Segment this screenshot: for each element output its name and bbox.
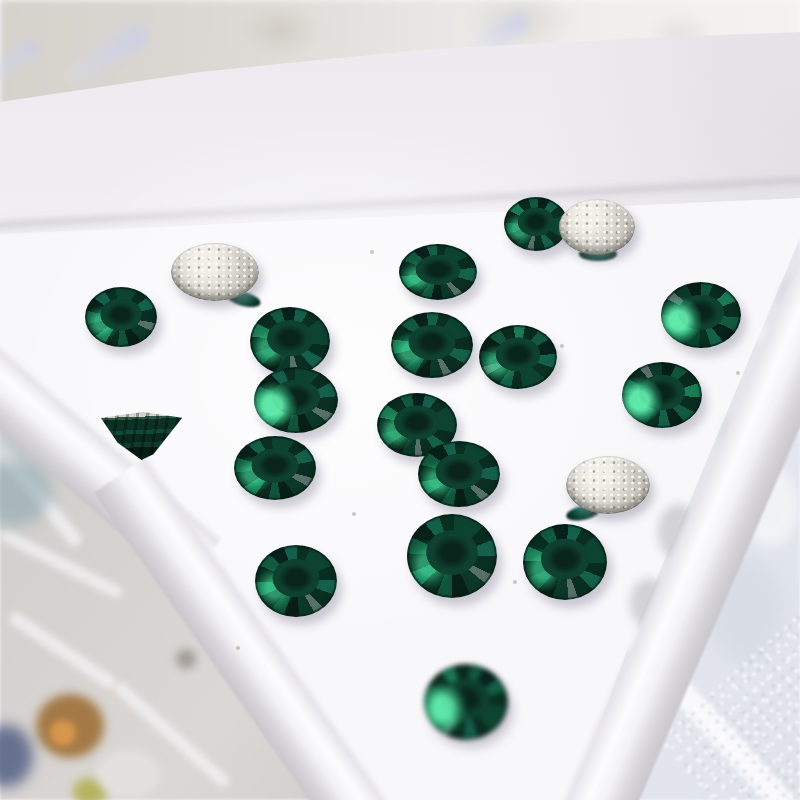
rhinestone-face-up [523,524,607,600]
crystal-girdle-peek [224,287,262,310]
rhinestone-foil-back [559,199,635,255]
rhinestone-foil-back [171,243,259,301]
rhinestone-side-view [99,412,184,460]
rhinestone-face-up [391,312,473,378]
rhinestone-face-up [479,325,557,389]
rhinestone-face-up [661,282,741,348]
rhinestone-foil-back [566,456,650,514]
stones-layer [0,0,800,800]
rhinestone-face-up [407,514,497,598]
rhinestone-face-up [424,664,508,740]
rhinestone-face-up [254,367,338,433]
rhinestone-face-up [622,362,702,428]
rhinestone-face-up [255,545,337,617]
crystal-girdle-peek [579,247,617,260]
rhinestone-face-up [250,307,330,375]
rhinestone-face-up [418,441,500,507]
rhinestone-face-up [234,436,316,500]
rhinestone-face-up [399,244,477,300]
crystal-girdle-peek [565,503,601,524]
rhinestone-face-up [85,287,157,347]
photo-canvas [0,0,800,800]
